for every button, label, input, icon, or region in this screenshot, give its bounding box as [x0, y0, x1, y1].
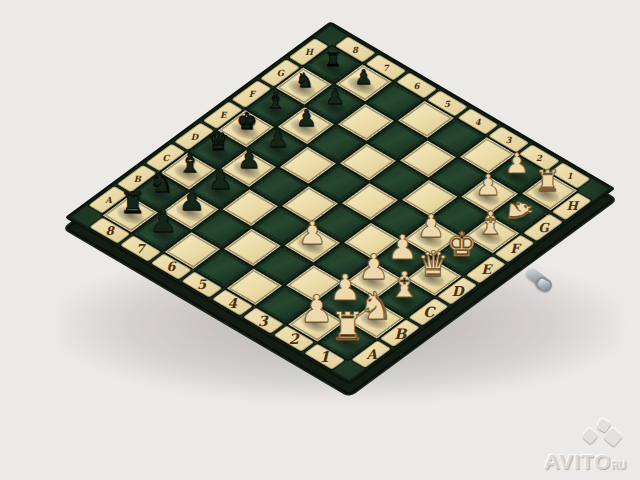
rank-label-far: 3 — [506, 134, 512, 144]
piece-white-queen-d1: ♛ — [433, 277, 464, 312]
rank-label-far: 1 — [567, 171, 573, 181]
watermark-suffix: RU — [612, 460, 626, 471]
piece-dark-pawn-d7: ♟ — [249, 169, 272, 195]
file-label-far: E — [220, 110, 226, 120]
file-label-far: D — [190, 131, 197, 141]
piece-white-bishop-f1: ♝ — [490, 234, 519, 266]
piece-dark-pawn-f7: ♟ — [306, 126, 327, 149]
piece-dark-pawn-b7: ♟ — [192, 211, 218, 240]
rank-label-far: 5 — [444, 98, 450, 108]
pawn-glyph: ♟ — [358, 250, 389, 285]
rook-glyph: ♜ — [324, 50, 341, 69]
king-glyph: ♚ — [237, 110, 258, 133]
file-label-far: G — [276, 68, 283, 78]
rank-label-near: 5 — [197, 277, 206, 292]
rank-label-near: 8 — [106, 223, 114, 237]
pawn-glyph: ♟ — [299, 290, 333, 328]
bishop-glyph: ♝ — [476, 207, 505, 239]
file-label-far: H — [305, 47, 313, 57]
piece-white-rook-a1: ♜ — [347, 340, 382, 379]
rook-glyph: ♜ — [330, 307, 365, 346]
knight-glyph: ♞ — [148, 169, 173, 197]
rook-glyph: ♜ — [119, 189, 145, 218]
piece-white-knight-g1: ♞ — [519, 213, 547, 244]
pawn-glyph: ♟ — [475, 171, 501, 200]
piece-dark-pawn-g7: ♟ — [335, 105, 355, 127]
pawn-glyph: ♟ — [355, 67, 373, 87]
pawn-glyph: ♟ — [387, 230, 417, 264]
knight-glyph: ♞ — [503, 195, 537, 226]
piece-dark-pawn-a7: ♟ — [163, 232, 191, 263]
piece-dark-rook-h8: ♜ — [333, 66, 350, 85]
watermark: AVITORU — [544, 450, 626, 474]
rank-label-far: 7 — [383, 62, 389, 72]
file-label-far: F — [248, 89, 254, 99]
rank-label-near: 3 — [258, 313, 268, 329]
file-label-far: C — [162, 152, 169, 162]
piece-dark-pawn-h7: ♟ — [364, 84, 382, 104]
bishop-glyph: ♝ — [178, 150, 201, 176]
king-glyph: ♚ — [446, 227, 476, 261]
bishop-glyph: ♝ — [266, 90, 286, 112]
pawn-glyph: ♟ — [208, 166, 233, 194]
piece-dark-pawn-c7: ♟ — [220, 190, 245, 218]
rank-label-near: 4 — [228, 295, 237, 311]
pawn-glyph: ♟ — [329, 270, 361, 306]
rook-glyph: ♜ — [535, 167, 561, 196]
piece-white-king-e1: ♚ — [462, 256, 492, 290]
pawn-glyph: ♟ — [298, 217, 327, 249]
rank-label-far: 2 — [536, 152, 542, 162]
rank-label-near: 7 — [136, 241, 145, 256]
pawn-glyph: ♟ — [179, 186, 205, 215]
queen-glyph: ♛ — [417, 247, 448, 282]
rank-label-far: 6 — [414, 80, 420, 90]
knight-glyph: ♞ — [295, 70, 313, 90]
pawn-glyph: ♟ — [149, 206, 177, 237]
bishop-glyph: ♝ — [388, 267, 420, 303]
rank-label-far: 8 — [352, 44, 358, 54]
metal-clasp-icon — [524, 266, 558, 296]
watermark-text: AVITORU — [544, 450, 626, 473]
pawn-glyph: ♟ — [417, 210, 446, 242]
avito-logo-icon — [582, 418, 624, 448]
file-label-far: B — [133, 174, 140, 184]
queen-glyph: ♛ — [207, 129, 229, 154]
piece-white-rook-h1: ♜ — [548, 192, 574, 221]
product-photo-chess-set: 8877665544332211HHGGFFEEDDCCBBAA♜♞♝♛♚♝♞♜… — [0, 0, 640, 480]
pawn-glyph: ♟ — [237, 146, 260, 172]
rank-label-far: 4 — [475, 116, 481, 126]
pawn-glyph: ♟ — [296, 107, 317, 130]
piece-dark-pawn-e7: ♟ — [278, 147, 300, 172]
file-label-far: A — [105, 195, 112, 205]
rank-label-near: 2 — [289, 330, 299, 347]
pawn-glyph: ♟ — [325, 86, 345, 108]
pawn-glyph: ♟ — [266, 126, 288, 151]
pawn-glyph: ♟ — [504, 150, 529, 178]
